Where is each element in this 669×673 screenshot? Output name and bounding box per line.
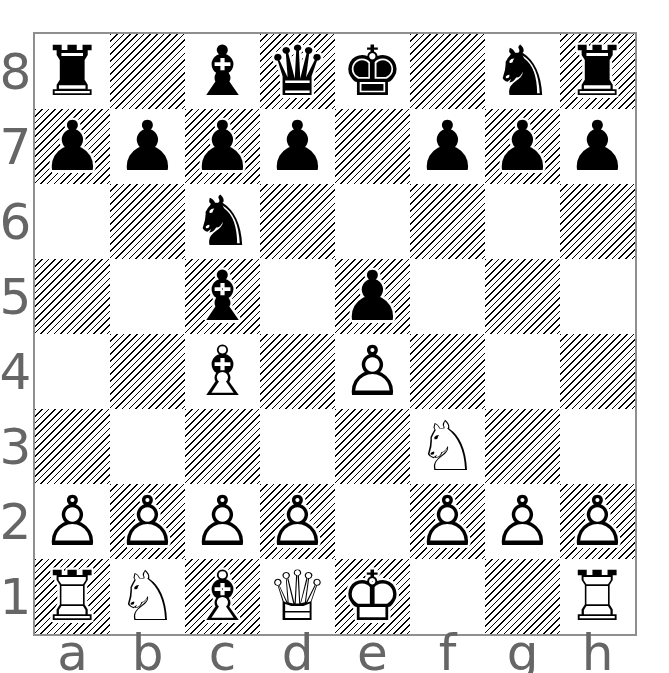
square-h4[interactable] [560,334,635,409]
white-pawn-halo: ♟ [260,484,335,559]
black-bishop-halo: ♝ [185,34,260,109]
black-pawn-halo: ♟ [260,109,335,184]
square-e8[interactable]: ♚♚ [335,34,410,109]
square-g1[interactable] [485,559,560,634]
square-e2[interactable] [335,484,410,559]
black-pawn-icon: ♟ [560,109,635,184]
square-b5[interactable] [110,259,185,334]
square-a3[interactable] [35,409,110,484]
white-knight-icon: ♘ [110,559,185,634]
white-rook-icon: ♖ [560,559,635,634]
square-f3[interactable]: ♞♘ [410,409,485,484]
square-c8[interactable]: ♝♝ [185,34,260,109]
black-pawn-halo: ♟ [335,259,410,334]
black-rook-halo: ♜ [560,34,635,109]
black-pawn-halo: ♟ [35,109,110,184]
white-pawn-icon: ♙ [185,484,260,559]
white-rook-icon: ♖ [35,559,110,634]
square-b6[interactable] [110,184,185,259]
rank-label-7: 7 [0,109,31,184]
square-h5[interactable] [560,259,635,334]
square-d4[interactable] [260,334,335,409]
black-queen-halo: ♛ [260,34,335,109]
square-g3[interactable] [485,409,560,484]
white-pawn-icon: ♙ [410,484,485,559]
square-f6[interactable] [410,184,485,259]
square-a1[interactable]: ♜♖ [35,559,110,634]
white-pawn-halo: ♟ [185,484,260,559]
square-g6[interactable] [485,184,560,259]
square-c5[interactable]: ♝♝ [185,259,260,334]
square-h8[interactable]: ♜♜ [560,34,635,109]
black-knight-halo: ♞ [485,34,560,109]
black-knight-icon: ♞ [185,184,260,259]
white-rook-halo: ♜ [35,559,110,634]
black-rook-halo: ♜ [35,34,110,109]
black-rook-icon: ♜ [35,34,110,109]
square-e4[interactable]: ♟♙ [335,334,410,409]
square-a8[interactable]: ♜♜ [35,34,110,109]
square-d7[interactable]: ♟♟ [260,109,335,184]
square-e3[interactable] [335,409,410,484]
square-c7[interactable]: ♟♟ [185,109,260,184]
square-c2[interactable]: ♟♙ [185,484,260,559]
square-e6[interactable] [335,184,410,259]
square-a2[interactable]: ♟♙ [35,484,110,559]
square-g2[interactable]: ♟♙ [485,484,560,559]
square-d6[interactable] [260,184,335,259]
file-label-a: a [35,633,110,673]
rank-label-4: 4 [0,334,31,409]
square-f5[interactable] [410,259,485,334]
black-queen-icon: ♛ [260,34,335,109]
black-bishop-halo: ♝ [185,259,260,334]
black-king-icon: ♚ [335,34,410,109]
black-pawn-icon: ♟ [110,109,185,184]
file-label-d: d [260,633,335,673]
square-h2[interactable]: ♟♙ [560,484,635,559]
file-label-g: g [485,633,560,673]
square-c3[interactable] [185,409,260,484]
white-pawn-icon: ♙ [110,484,185,559]
square-b3[interactable] [110,409,185,484]
white-bishop-icon: ♗ [185,334,260,409]
black-pawn-halo: ♟ [560,109,635,184]
square-b2[interactable]: ♟♙ [110,484,185,559]
square-h6[interactable] [560,184,635,259]
rank-label-8: 8 [0,34,31,109]
white-queen-icon: ♕ [260,559,335,634]
square-e5[interactable]: ♟♟ [335,259,410,334]
square-g5[interactable] [485,259,560,334]
white-queen-halo: ♛ [260,559,335,634]
square-e7[interactable] [335,109,410,184]
black-bishop-icon: ♝ [185,34,260,109]
rank-label-3: 3 [0,409,31,484]
black-pawn-halo: ♟ [410,109,485,184]
square-h1[interactable]: ♜♖ [560,559,635,634]
black-pawn-halo: ♟ [110,109,185,184]
rank-label-6: 6 [0,184,31,259]
file-label-b: b [110,633,185,673]
white-knight-halo: ♞ [410,409,485,484]
square-b1[interactable]: ♞♘ [110,559,185,634]
white-knight-halo: ♞ [110,559,185,634]
black-rook-icon: ♜ [560,34,635,109]
file-label-e: e [335,633,410,673]
rank-label-2: 2 [0,484,31,559]
square-d8[interactable]: ♛♛ [260,34,335,109]
black-knight-icon: ♞ [485,34,560,109]
rank-label-5: 5 [0,259,31,334]
square-d2[interactable]: ♟♙ [260,484,335,559]
square-a6[interactable] [35,184,110,259]
black-pawn-icon: ♟ [185,109,260,184]
square-d5[interactable] [260,259,335,334]
square-c4[interactable]: ♝♗ [185,334,260,409]
white-rook-halo: ♜ [560,559,635,634]
square-a4[interactable] [35,334,110,409]
black-pawn-icon: ♟ [485,109,560,184]
black-pawn-halo: ♟ [485,109,560,184]
square-g4[interactable] [485,334,560,409]
black-king-halo: ♚ [335,34,410,109]
square-d3[interactable] [260,409,335,484]
white-pawn-halo: ♟ [335,334,410,409]
black-pawn-icon: ♟ [260,109,335,184]
square-f8[interactable] [410,34,485,109]
square-a7[interactable]: ♟♟ [35,109,110,184]
file-label-f: f [410,633,485,673]
white-pawn-halo: ♟ [410,484,485,559]
white-pawn-halo: ♟ [485,484,560,559]
file-label-h: h [560,633,635,673]
square-b7[interactable]: ♟♟ [110,109,185,184]
square-b4[interactable] [110,334,185,409]
black-knight-halo: ♞ [185,184,260,259]
square-f4[interactable] [410,334,485,409]
square-d1[interactable]: ♛♕ [260,559,335,634]
black-pawn-icon: ♟ [410,109,485,184]
white-king-halo: ♚ [335,559,410,634]
file-label-c: c [185,633,260,673]
black-bishop-icon: ♝ [185,259,260,334]
black-pawn-icon: ♟ [335,259,410,334]
white-knight-icon: ♘ [410,409,485,484]
white-pawn-icon: ♙ [485,484,560,559]
square-e1[interactable]: ♚♔ [335,559,410,634]
square-b8[interactable] [110,34,185,109]
black-pawn-icon: ♟ [35,109,110,184]
white-pawn-icon: ♙ [560,484,635,559]
white-bishop-halo: ♝ [185,559,260,634]
white-king-icon: ♔ [335,559,410,634]
black-pawn-halo: ♟ [185,109,260,184]
square-c6[interactable]: ♞♞ [185,184,260,259]
white-pawn-icon: ♙ [335,334,410,409]
square-f1[interactable] [410,559,485,634]
square-h3[interactable] [560,409,635,484]
white-bishop-icon: ♗ [185,559,260,634]
square-g8[interactable]: ♞♞ [485,34,560,109]
square-f2[interactable]: ♟♙ [410,484,485,559]
square-f7[interactable]: ♟♟ [410,109,485,184]
white-pawn-icon: ♙ [260,484,335,559]
square-h7[interactable]: ♟♟ [560,109,635,184]
rank-label-1: 1 [0,559,31,634]
white-pawn-halo: ♟ [35,484,110,559]
white-bishop-halo: ♝ [185,334,260,409]
white-pawn-icon: ♙ [35,484,110,559]
square-c1[interactable]: ♝♗ [185,559,260,634]
white-pawn-halo: ♟ [560,484,635,559]
square-g7[interactable]: ♟♟ [485,109,560,184]
white-pawn-halo: ♟ [110,484,185,559]
chess-diagram: ♜♜♝♝♛♛♚♚♞♞♜♜♟♟♟♟♟♟♟♟♟♟♟♟♟♟♞♞♝♝♟♟♝♗♟♙♞♘♟♙… [0,0,669,673]
square-a5[interactable] [35,259,110,334]
chess-board: ♜♜♝♝♛♛♚♚♞♞♜♜♟♟♟♟♟♟♟♟♟♟♟♟♟♟♞♞♝♝♟♟♝♗♟♙♞♘♟♙… [33,32,637,636]
